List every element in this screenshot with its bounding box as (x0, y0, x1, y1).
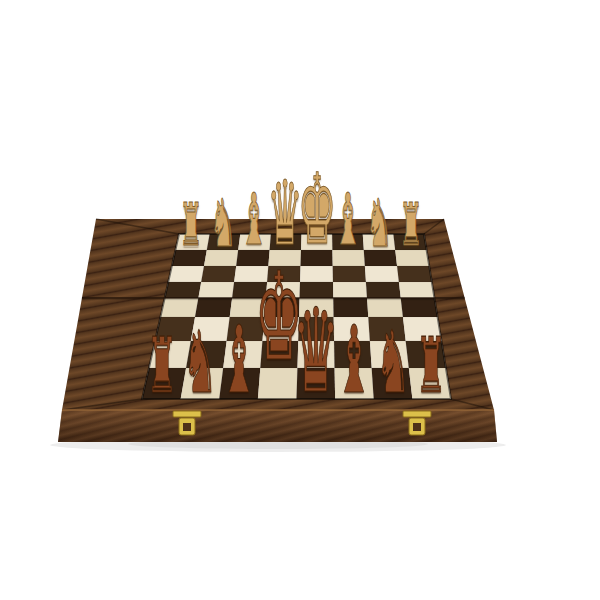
product-photo-scene: ♜♞♝♛♚♝♞♜♚♜♞♝♛♝♞♜ (0, 0, 600, 600)
piece-light-rook[interactable]: ♜ (180, 196, 203, 255)
piece-dark-knight[interactable]: ♞ (183, 320, 217, 406)
piece-light-bishop[interactable]: ♝ (334, 185, 362, 256)
piece-dark-knight[interactable]: ♞ (376, 320, 410, 406)
piece-dark-rook[interactable]: ♜ (147, 328, 178, 405)
piece-dark-queen[interactable]: ♛ (293, 293, 339, 409)
square-g5[interactable] (366, 282, 401, 298)
piece-light-rook[interactable]: ♜ (399, 196, 422, 255)
piece-light-king[interactable]: ♚ (297, 161, 336, 259)
piece-dark-bishop[interactable]: ♝ (336, 313, 373, 406)
square-h5[interactable] (399, 282, 435, 298)
piece-dark-bishop[interactable]: ♝ (220, 313, 257, 406)
square-a5[interactable] (165, 282, 202, 298)
square-a6[interactable] (168, 266, 204, 282)
square-b6[interactable] (201, 266, 236, 282)
square-f6[interactable] (333, 266, 366, 282)
piece-light-knight[interactable]: ♞ (210, 190, 236, 256)
square-g6[interactable] (365, 266, 399, 282)
piece-dark-rook[interactable]: ♜ (416, 328, 447, 405)
piece-light-knight[interactable]: ♞ (366, 190, 392, 256)
square-b5[interactable] (198, 282, 234, 298)
square-h6[interactable] (397, 266, 432, 282)
square-e6[interactable] (300, 266, 333, 282)
